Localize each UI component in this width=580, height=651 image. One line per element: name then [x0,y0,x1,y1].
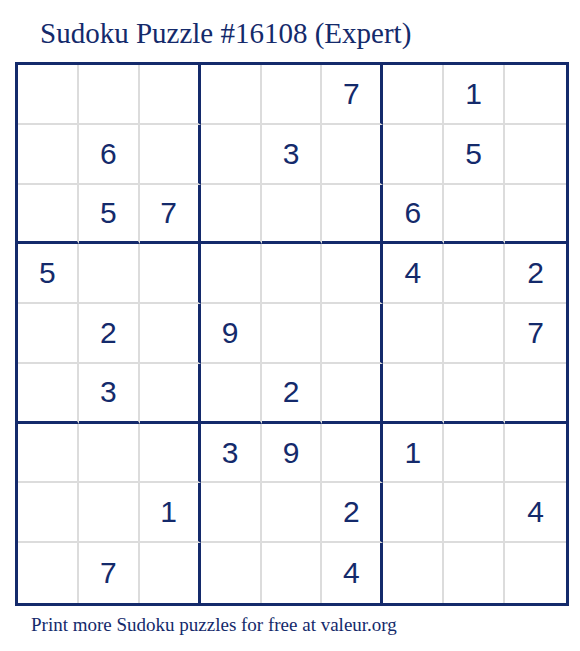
cell-r8c6: 2 [322,483,383,543]
cell-r9c4 [201,543,262,603]
cell-r7c6 [322,424,383,484]
cell-r7c1 [18,424,79,484]
cell-r1c4 [201,65,262,125]
cell-r7c5: 9 [262,424,323,484]
cell-r4c3 [140,244,201,304]
cell-r8c7 [383,483,444,543]
cell-r3c2: 5 [79,185,140,245]
cell-r3c5 [262,185,323,245]
sudoku-page: Sudoku Puzzle #16108 (Expert) 7163557654… [0,0,580,651]
cell-r9c9 [505,543,566,603]
cell-r9c2: 7 [79,543,140,603]
cell-r5c1 [18,304,79,364]
cell-r1c2 [79,65,140,125]
cell-r2c7 [383,125,444,185]
cell-r2c2: 6 [79,125,140,185]
cell-r9c8 [444,543,505,603]
cell-r6c8 [444,364,505,424]
cell-r6c3 [140,364,201,424]
cell-r3c3: 7 [140,185,201,245]
cell-r5c7 [383,304,444,364]
cell-r9c3 [140,543,201,603]
cell-r3c8 [444,185,505,245]
cell-r1c7 [383,65,444,125]
cell-r7c4: 3 [201,424,262,484]
cell-r8c2 [79,483,140,543]
cell-r4c5 [262,244,323,304]
cell-r4c9: 2 [505,244,566,304]
cell-r1c5 [262,65,323,125]
cell-r6c4 [201,364,262,424]
cell-r2c6 [322,125,383,185]
cell-r2c3 [140,125,201,185]
cell-r8c3: 1 [140,483,201,543]
cell-r7c9 [505,424,566,484]
cell-r7c7: 1 [383,424,444,484]
cell-r7c3 [140,424,201,484]
cell-r2c8: 5 [444,125,505,185]
cell-r5c6 [322,304,383,364]
cell-r9c1 [18,543,79,603]
cell-r6c9 [505,364,566,424]
cell-r4c4 [201,244,262,304]
cell-r6c2: 3 [79,364,140,424]
puzzle-title: Sudoku Puzzle #16108 (Expert) [40,17,411,50]
cell-r4c8 [444,244,505,304]
cell-r9c5 [262,543,323,603]
cell-r6c1 [18,364,79,424]
cell-r3c6 [322,185,383,245]
cell-r5c8 [444,304,505,364]
cell-r8c5 [262,483,323,543]
cell-r5c5 [262,304,323,364]
cell-r4c1: 5 [18,244,79,304]
cell-r2c5: 3 [262,125,323,185]
cell-r9c7 [383,543,444,603]
cell-r6c6 [322,364,383,424]
cell-r4c6 [322,244,383,304]
cell-r1c6: 7 [322,65,383,125]
cell-r1c1 [18,65,79,125]
cell-r5c4: 9 [201,304,262,364]
cell-r8c1 [18,483,79,543]
cell-r2c1 [18,125,79,185]
cell-r8c9: 4 [505,483,566,543]
cell-r3c7: 6 [383,185,444,245]
cell-r2c4 [201,125,262,185]
cell-r5c9: 7 [505,304,566,364]
cell-r5c3 [140,304,201,364]
cell-r4c2 [79,244,140,304]
cell-r8c4 [201,483,262,543]
cell-r4c7: 4 [383,244,444,304]
cell-r5c2: 2 [79,304,140,364]
footer-text: Print more Sudoku puzzles for free at va… [31,614,397,636]
cell-r6c5: 2 [262,364,323,424]
cell-r3c9 [505,185,566,245]
cell-r1c9 [505,65,566,125]
cell-r1c3 [140,65,201,125]
cell-r2c9 [505,125,566,185]
cell-r1c8: 1 [444,65,505,125]
cell-r7c8 [444,424,505,484]
cell-r8c8 [444,483,505,543]
sudoku-board: 716355765422973239112474 [15,62,569,606]
cell-r3c4 [201,185,262,245]
cell-r3c1 [18,185,79,245]
cell-r9c6: 4 [322,543,383,603]
cell-r7c2 [79,424,140,484]
cell-r6c7 [383,364,444,424]
